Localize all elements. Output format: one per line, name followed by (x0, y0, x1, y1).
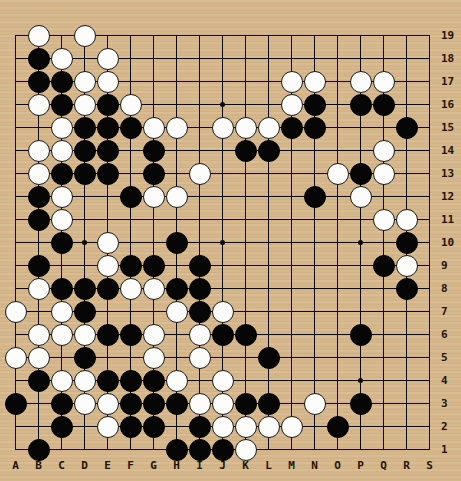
intersection-I14[interactable] (188, 139, 211, 162)
intersection-P8[interactable] (349, 277, 372, 300)
intersection-D11[interactable] (73, 208, 96, 231)
intersection-O14[interactable] (326, 139, 349, 162)
intersection-Q6[interactable] (372, 323, 395, 346)
intersection-K7[interactable] (234, 300, 257, 323)
intersection-S19[interactable] (418, 24, 441, 47)
intersection-B11[interactable] (27, 208, 50, 231)
intersection-F12[interactable] (119, 185, 142, 208)
intersection-K18[interactable] (234, 47, 257, 70)
intersection-H19[interactable] (165, 24, 188, 47)
intersection-P15[interactable] (349, 116, 372, 139)
intersection-A7[interactable] (4, 300, 27, 323)
intersection-H11[interactable] (165, 208, 188, 231)
intersection-L15[interactable] (257, 116, 280, 139)
intersection-S14[interactable] (418, 139, 441, 162)
intersection-Q5[interactable] (372, 346, 395, 369)
intersection-M16[interactable] (280, 93, 303, 116)
intersection-N2[interactable] (303, 415, 326, 438)
intersection-O2[interactable] (326, 415, 349, 438)
intersection-Q17[interactable] (372, 70, 395, 93)
intersection-E18[interactable] (96, 47, 119, 70)
intersection-G5[interactable] (142, 346, 165, 369)
intersection-H3[interactable] (165, 392, 188, 415)
intersection-G11[interactable] (142, 208, 165, 231)
intersection-N18[interactable] (303, 47, 326, 70)
intersection-M10[interactable] (280, 231, 303, 254)
intersection-J13[interactable] (211, 162, 234, 185)
intersection-E5[interactable] (96, 346, 119, 369)
intersection-B7[interactable] (27, 300, 50, 323)
intersection-J19[interactable] (211, 24, 234, 47)
intersection-E7[interactable] (96, 300, 119, 323)
intersection-R16[interactable] (395, 93, 418, 116)
intersection-O3[interactable] (326, 392, 349, 415)
intersection-H17[interactable] (165, 70, 188, 93)
intersection-J3[interactable] (211, 392, 234, 415)
intersection-O8[interactable] (326, 277, 349, 300)
intersection-D15[interactable] (73, 116, 96, 139)
intersection-L5[interactable] (257, 346, 280, 369)
intersection-C7[interactable] (50, 300, 73, 323)
intersection-D2[interactable] (73, 415, 96, 438)
intersection-E15[interactable] (96, 116, 119, 139)
intersection-L17[interactable] (257, 70, 280, 93)
intersection-J17[interactable] (211, 70, 234, 93)
intersection-B2[interactable] (27, 415, 50, 438)
intersection-P7[interactable] (349, 300, 372, 323)
intersection-N16[interactable] (303, 93, 326, 116)
intersection-E10[interactable] (96, 231, 119, 254)
intersection-F4[interactable] (119, 369, 142, 392)
intersection-J11[interactable] (211, 208, 234, 231)
intersection-G2[interactable] (142, 415, 165, 438)
intersection-S17[interactable] (418, 70, 441, 93)
intersection-M9[interactable] (280, 254, 303, 277)
intersection-F10[interactable] (119, 231, 142, 254)
intersection-E3[interactable] (96, 392, 119, 415)
intersection-F18[interactable] (119, 47, 142, 70)
intersection-Q9[interactable] (372, 254, 395, 277)
intersection-S10[interactable] (418, 231, 441, 254)
intersection-B19[interactable] (27, 24, 50, 47)
intersection-R4[interactable] (395, 369, 418, 392)
intersection-J9[interactable] (211, 254, 234, 277)
intersection-H7[interactable] (165, 300, 188, 323)
intersection-D6[interactable] (73, 323, 96, 346)
intersection-F13[interactable] (119, 162, 142, 185)
intersection-Q19[interactable] (372, 24, 395, 47)
intersection-C18[interactable] (50, 47, 73, 70)
intersection-J18[interactable] (211, 47, 234, 70)
intersection-P6[interactable] (349, 323, 372, 346)
intersection-E14[interactable] (96, 139, 119, 162)
intersection-S12[interactable] (418, 185, 441, 208)
intersection-H16[interactable] (165, 93, 188, 116)
intersection-G8[interactable] (142, 277, 165, 300)
intersection-K15[interactable] (234, 116, 257, 139)
intersection-Q7[interactable] (372, 300, 395, 323)
intersection-F6[interactable] (119, 323, 142, 346)
intersection-A5[interactable] (4, 346, 27, 369)
intersection-O5[interactable] (326, 346, 349, 369)
intersection-O10[interactable] (326, 231, 349, 254)
go-board[interactable] (4, 24, 441, 461)
intersection-C17[interactable] (50, 70, 73, 93)
intersection-D14[interactable] (73, 139, 96, 162)
intersection-H4[interactable] (165, 369, 188, 392)
intersection-S6[interactable] (418, 323, 441, 346)
intersection-I9[interactable] (188, 254, 211, 277)
intersection-S3[interactable] (418, 392, 441, 415)
intersection-Q11[interactable] (372, 208, 395, 231)
intersection-L16[interactable] (257, 93, 280, 116)
intersection-S11[interactable] (418, 208, 441, 231)
intersection-B9[interactable] (27, 254, 50, 277)
intersection-M11[interactable] (280, 208, 303, 231)
intersection-C12[interactable] (50, 185, 73, 208)
intersection-K2[interactable] (234, 415, 257, 438)
intersection-R15[interactable] (395, 116, 418, 139)
intersection-G16[interactable] (142, 93, 165, 116)
intersection-N9[interactable] (303, 254, 326, 277)
intersection-C15[interactable] (50, 116, 73, 139)
intersection-A16[interactable] (4, 93, 27, 116)
intersection-B14[interactable] (27, 139, 50, 162)
intersection-M3[interactable] (280, 392, 303, 415)
intersection-A11[interactable] (4, 208, 27, 231)
intersection-R8[interactable] (395, 277, 418, 300)
intersection-I8[interactable] (188, 277, 211, 300)
intersection-C4[interactable] (50, 369, 73, 392)
intersection-S18[interactable] (418, 47, 441, 70)
intersection-G4[interactable] (142, 369, 165, 392)
intersection-P3[interactable] (349, 392, 372, 415)
intersection-C16[interactable] (50, 93, 73, 116)
intersection-S13[interactable] (418, 162, 441, 185)
intersection-A4[interactable] (4, 369, 27, 392)
intersection-F14[interactable] (119, 139, 142, 162)
intersection-K16[interactable] (234, 93, 257, 116)
intersection-E12[interactable] (96, 185, 119, 208)
intersection-I2[interactable] (188, 415, 211, 438)
intersection-C5[interactable] (50, 346, 73, 369)
intersection-R2[interactable] (395, 415, 418, 438)
intersection-K3[interactable] (234, 392, 257, 415)
intersection-I18[interactable] (188, 47, 211, 70)
intersection-A15[interactable] (4, 116, 27, 139)
intersection-H10[interactable] (165, 231, 188, 254)
intersection-L3[interactable] (257, 392, 280, 415)
intersection-F15[interactable] (119, 116, 142, 139)
intersection-K19[interactable] (234, 24, 257, 47)
intersection-E17[interactable] (96, 70, 119, 93)
intersection-P5[interactable] (349, 346, 372, 369)
intersection-A13[interactable] (4, 162, 27, 185)
intersection-J5[interactable] (211, 346, 234, 369)
intersection-A18[interactable] (4, 47, 27, 70)
intersection-M17[interactable] (280, 70, 303, 93)
intersection-B15[interactable] (27, 116, 50, 139)
intersection-S2[interactable] (418, 415, 441, 438)
intersection-I3[interactable] (188, 392, 211, 415)
intersection-G13[interactable] (142, 162, 165, 185)
intersection-D18[interactable] (73, 47, 96, 70)
intersection-L11[interactable] (257, 208, 280, 231)
intersection-M5[interactable] (280, 346, 303, 369)
intersection-D17[interactable] (73, 70, 96, 93)
intersection-M19[interactable] (280, 24, 303, 47)
intersection-A17[interactable] (4, 70, 27, 93)
intersection-I10[interactable] (188, 231, 211, 254)
intersection-A6[interactable] (4, 323, 27, 346)
intersection-C19[interactable] (50, 24, 73, 47)
intersection-N15[interactable] (303, 116, 326, 139)
intersection-L18[interactable] (257, 47, 280, 70)
intersection-B5[interactable] (27, 346, 50, 369)
intersection-G17[interactable] (142, 70, 165, 93)
intersection-L13[interactable] (257, 162, 280, 185)
intersection-R14[interactable] (395, 139, 418, 162)
intersection-E16[interactable] (96, 93, 119, 116)
intersection-L7[interactable] (257, 300, 280, 323)
intersection-I6[interactable] (188, 323, 211, 346)
intersection-E11[interactable] (96, 208, 119, 231)
intersection-D16[interactable] (73, 93, 96, 116)
intersection-C3[interactable] (50, 392, 73, 415)
intersection-J16[interactable] (211, 93, 234, 116)
intersection-P17[interactable] (349, 70, 372, 93)
intersection-B12[interactable] (27, 185, 50, 208)
intersection-R3[interactable] (395, 392, 418, 415)
intersection-P11[interactable] (349, 208, 372, 231)
intersection-N13[interactable] (303, 162, 326, 185)
intersection-O19[interactable] (326, 24, 349, 47)
intersection-M7[interactable] (280, 300, 303, 323)
intersection-G3[interactable] (142, 392, 165, 415)
intersection-D5[interactable] (73, 346, 96, 369)
intersection-C2[interactable] (50, 415, 73, 438)
intersection-I17[interactable] (188, 70, 211, 93)
intersection-N10[interactable] (303, 231, 326, 254)
intersection-K9[interactable] (234, 254, 257, 277)
intersection-K11[interactable] (234, 208, 257, 231)
intersection-A19[interactable] (4, 24, 27, 47)
intersection-L4[interactable] (257, 369, 280, 392)
intersection-N6[interactable] (303, 323, 326, 346)
intersection-D9[interactable] (73, 254, 96, 277)
intersection-Q15[interactable] (372, 116, 395, 139)
intersection-F7[interactable] (119, 300, 142, 323)
intersection-F2[interactable] (119, 415, 142, 438)
intersection-O9[interactable] (326, 254, 349, 277)
intersection-F5[interactable] (119, 346, 142, 369)
intersection-H15[interactable] (165, 116, 188, 139)
intersection-C11[interactable] (50, 208, 73, 231)
intersection-L10[interactable] (257, 231, 280, 254)
intersection-B4[interactable] (27, 369, 50, 392)
intersection-A3[interactable] (4, 392, 27, 415)
intersection-J8[interactable] (211, 277, 234, 300)
intersection-A8[interactable] (4, 277, 27, 300)
intersection-N3[interactable] (303, 392, 326, 415)
intersection-G6[interactable] (142, 323, 165, 346)
intersection-L6[interactable] (257, 323, 280, 346)
intersection-F11[interactable] (119, 208, 142, 231)
intersection-I7[interactable] (188, 300, 211, 323)
intersection-A12[interactable] (4, 185, 27, 208)
intersection-Q18[interactable] (372, 47, 395, 70)
intersection-P4[interactable] (349, 369, 372, 392)
intersection-D8[interactable] (73, 277, 96, 300)
intersection-S7[interactable] (418, 300, 441, 323)
intersection-K10[interactable] (234, 231, 257, 254)
intersection-P19[interactable] (349, 24, 372, 47)
intersection-N11[interactable] (303, 208, 326, 231)
intersection-J2[interactable] (211, 415, 234, 438)
intersection-N19[interactable] (303, 24, 326, 47)
intersection-J12[interactable] (211, 185, 234, 208)
intersection-F17[interactable] (119, 70, 142, 93)
intersection-S9[interactable] (418, 254, 441, 277)
intersection-R5[interactable] (395, 346, 418, 369)
intersection-R9[interactable] (395, 254, 418, 277)
intersection-M2[interactable] (280, 415, 303, 438)
intersection-D10[interactable] (73, 231, 96, 254)
intersection-G14[interactable] (142, 139, 165, 162)
intersection-K6[interactable] (234, 323, 257, 346)
intersection-F9[interactable] (119, 254, 142, 277)
intersection-R6[interactable] (395, 323, 418, 346)
intersection-H6[interactable] (165, 323, 188, 346)
intersection-R12[interactable] (395, 185, 418, 208)
intersection-F8[interactable] (119, 277, 142, 300)
intersection-G7[interactable] (142, 300, 165, 323)
intersection-F3[interactable] (119, 392, 142, 415)
intersection-Q13[interactable] (372, 162, 395, 185)
intersection-M15[interactable] (280, 116, 303, 139)
intersection-N12[interactable] (303, 185, 326, 208)
intersection-H9[interactable] (165, 254, 188, 277)
intersection-N4[interactable] (303, 369, 326, 392)
intersection-K13[interactable] (234, 162, 257, 185)
intersection-A9[interactable] (4, 254, 27, 277)
intersection-O12[interactable] (326, 185, 349, 208)
intersection-Q12[interactable] (372, 185, 395, 208)
intersection-C14[interactable] (50, 139, 73, 162)
intersection-S16[interactable] (418, 93, 441, 116)
intersection-K8[interactable] (234, 277, 257, 300)
intersection-N7[interactable] (303, 300, 326, 323)
intersection-C13[interactable] (50, 162, 73, 185)
intersection-H18[interactable] (165, 47, 188, 70)
intersection-I16[interactable] (188, 93, 211, 116)
intersection-P9[interactable] (349, 254, 372, 277)
intersection-H2[interactable] (165, 415, 188, 438)
intersection-R7[interactable] (395, 300, 418, 323)
intersection-K17[interactable] (234, 70, 257, 93)
intersection-O16[interactable] (326, 93, 349, 116)
intersection-G12[interactable] (142, 185, 165, 208)
intersection-L12[interactable] (257, 185, 280, 208)
intersection-N14[interactable] (303, 139, 326, 162)
intersection-O6[interactable] (326, 323, 349, 346)
intersection-D12[interactable] (73, 185, 96, 208)
intersection-I4[interactable] (188, 369, 211, 392)
intersection-O18[interactable] (326, 47, 349, 70)
intersection-A2[interactable] (4, 415, 27, 438)
intersection-E19[interactable] (96, 24, 119, 47)
intersection-B13[interactable] (27, 162, 50, 185)
intersection-G10[interactable] (142, 231, 165, 254)
intersection-G18[interactable] (142, 47, 165, 70)
intersection-Q8[interactable] (372, 277, 395, 300)
intersection-O4[interactable] (326, 369, 349, 392)
intersection-B3[interactable] (27, 392, 50, 415)
intersection-M18[interactable] (280, 47, 303, 70)
intersection-J10[interactable] (211, 231, 234, 254)
intersection-I13[interactable] (188, 162, 211, 185)
intersection-D19[interactable] (73, 24, 96, 47)
intersection-S8[interactable] (418, 277, 441, 300)
intersection-E6[interactable] (96, 323, 119, 346)
intersection-F19[interactable] (119, 24, 142, 47)
intersection-J15[interactable] (211, 116, 234, 139)
intersection-O15[interactable] (326, 116, 349, 139)
intersection-H12[interactable] (165, 185, 188, 208)
intersection-Q3[interactable] (372, 392, 395, 415)
intersection-B17[interactable] (27, 70, 50, 93)
intersection-G19[interactable] (142, 24, 165, 47)
intersection-I5[interactable] (188, 346, 211, 369)
intersection-R11[interactable] (395, 208, 418, 231)
intersection-C9[interactable] (50, 254, 73, 277)
intersection-Q10[interactable] (372, 231, 395, 254)
intersection-E2[interactable] (96, 415, 119, 438)
intersection-P18[interactable] (349, 47, 372, 70)
intersection-H8[interactable] (165, 277, 188, 300)
intersection-P14[interactable] (349, 139, 372, 162)
intersection-P13[interactable] (349, 162, 372, 185)
intersection-A14[interactable] (4, 139, 27, 162)
intersection-M6[interactable] (280, 323, 303, 346)
intersection-E8[interactable] (96, 277, 119, 300)
intersection-C8[interactable] (50, 277, 73, 300)
intersection-R17[interactable] (395, 70, 418, 93)
intersection-E9[interactable] (96, 254, 119, 277)
intersection-K14[interactable] (234, 139, 257, 162)
intersection-M14[interactable] (280, 139, 303, 162)
intersection-I19[interactable] (188, 24, 211, 47)
intersection-J4[interactable] (211, 369, 234, 392)
intersection-Q14[interactable] (372, 139, 395, 162)
intersection-O17[interactable] (326, 70, 349, 93)
intersection-L8[interactable] (257, 277, 280, 300)
intersection-E13[interactable] (96, 162, 119, 185)
intersection-O13[interactable] (326, 162, 349, 185)
intersection-I12[interactable] (188, 185, 211, 208)
intersection-K12[interactable] (234, 185, 257, 208)
intersection-B8[interactable] (27, 277, 50, 300)
intersection-D3[interactable] (73, 392, 96, 415)
intersection-B10[interactable] (27, 231, 50, 254)
intersection-P16[interactable] (349, 93, 372, 116)
intersection-S4[interactable] (418, 369, 441, 392)
intersection-S15[interactable] (418, 116, 441, 139)
intersection-J6[interactable] (211, 323, 234, 346)
intersection-R10[interactable] (395, 231, 418, 254)
intersection-M12[interactable] (280, 185, 303, 208)
intersection-S5[interactable] (418, 346, 441, 369)
